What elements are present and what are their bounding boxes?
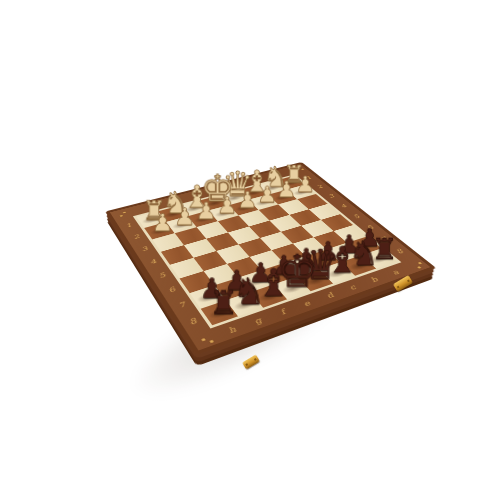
piece-black-rook: ♜ <box>209 287 238 319</box>
piece-white-pawn: ♟ <box>237 189 257 212</box>
brass-inlay-dot <box>418 262 423 265</box>
product-photo-stage: 12345678 12345678 hgfedcba ♜♞♝♚♛♝♞♜♟♟♟♟♟… <box>0 0 500 500</box>
brass-inlay-dot <box>209 340 214 343</box>
square-a5 <box>321 214 353 231</box>
piece-white-pawn: ♟ <box>196 200 217 223</box>
piece-white-pawn: ♟ <box>217 194 237 217</box>
piece-white-pawn: ♟ <box>152 211 173 235</box>
board-frame: 12345678 12345678 hgfedcba ♜♞♝♚♛♝♞♜♟♟♟♟♟… <box>105 162 436 355</box>
square-h8: ♜ <box>201 300 238 325</box>
brass-inlay-dot <box>417 266 422 269</box>
brass-inlay-dot <box>119 215 123 217</box>
brass-inlay-dot <box>123 211 127 213</box>
piece-white-pawn: ♟ <box>174 205 195 228</box>
piece-white-pawn: ♟ <box>257 184 277 206</box>
brass-inlay-dot <box>201 338 206 341</box>
piece-white-pawn: ♟ <box>277 179 297 201</box>
chess-board: 12345678 12345678 hgfedcba ♜♞♝♚♛♝♞♜♟♟♟♟♟… <box>105 162 436 355</box>
piece-white-pawn: ♟ <box>296 174 315 196</box>
